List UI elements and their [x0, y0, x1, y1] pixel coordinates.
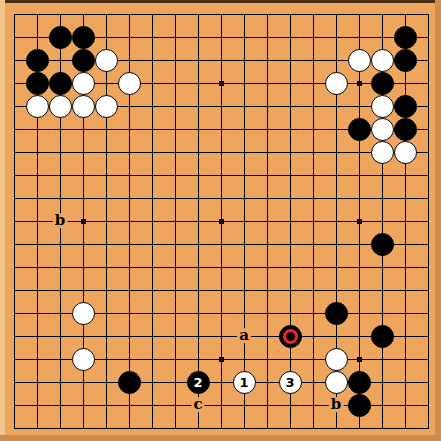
intersection[interactable]: [394, 233, 417, 256]
intersection[interactable]: [3, 49, 26, 72]
intersection[interactable]: c: [187, 394, 210, 417]
intersection[interactable]: [3, 325, 26, 348]
intersection[interactable]: [256, 187, 279, 210]
intersection[interactable]: [233, 279, 256, 302]
intersection[interactable]: [187, 325, 210, 348]
intersection[interactable]: [394, 371, 417, 394]
intersection[interactable]: [279, 302, 302, 325]
intersection[interactable]: [233, 233, 256, 256]
intersection[interactable]: [210, 348, 233, 371]
intersection[interactable]: [302, 256, 325, 279]
intersection[interactable]: [233, 118, 256, 141]
intersection[interactable]: [72, 371, 95, 394]
intersection[interactable]: [164, 118, 187, 141]
intersection[interactable]: [49, 256, 72, 279]
intersection[interactable]: [3, 394, 26, 417]
intersection[interactable]: [256, 256, 279, 279]
intersection[interactable]: [3, 95, 26, 118]
intersection[interactable]: [302, 302, 325, 325]
intersection[interactable]: [279, 394, 302, 417]
intersection[interactable]: [371, 164, 394, 187]
intersection[interactable]: [187, 210, 210, 233]
intersection[interactable]: [279, 279, 302, 302]
intersection[interactable]: [26, 72, 49, 95]
intersection[interactable]: [279, 187, 302, 210]
intersection[interactable]: [302, 72, 325, 95]
intersection[interactable]: [325, 141, 348, 164]
intersection[interactable]: [325, 164, 348, 187]
intersection[interactable]: [95, 394, 118, 417]
intersection[interactable]: b: [325, 394, 348, 417]
intersection[interactable]: [371, 141, 394, 164]
intersection[interactable]: [72, 141, 95, 164]
intersection[interactable]: [72, 49, 95, 72]
intersection[interactable]: [210, 233, 233, 256]
intersection[interactable]: [187, 302, 210, 325]
intersection[interactable]: [210, 141, 233, 164]
intersection[interactable]: [141, 210, 164, 233]
intersection[interactable]: [210, 49, 233, 72]
intersection[interactable]: [164, 394, 187, 417]
intersection[interactable]: [348, 302, 371, 325]
intersection[interactable]: [49, 187, 72, 210]
intersection[interactable]: [210, 371, 233, 394]
intersection[interactable]: [233, 49, 256, 72]
intersection[interactable]: [348, 187, 371, 210]
intersection[interactable]: [256, 302, 279, 325]
intersection[interactable]: [371, 210, 394, 233]
intersection[interactable]: [325, 95, 348, 118]
intersection[interactable]: [72, 348, 95, 371]
intersection[interactable]: [256, 279, 279, 302]
intersection[interactable]: [118, 49, 141, 72]
intersection[interactable]: [233, 164, 256, 187]
intersection[interactable]: [348, 164, 371, 187]
intersection[interactable]: [95, 26, 118, 49]
intersection[interactable]: [187, 164, 210, 187]
intersection[interactable]: [72, 256, 95, 279]
intersection[interactable]: [3, 118, 26, 141]
intersection[interactable]: [279, 49, 302, 72]
intersection[interactable]: [118, 302, 141, 325]
intersection[interactable]: [72, 210, 95, 233]
intersection[interactable]: [72, 279, 95, 302]
intersection[interactable]: [3, 26, 26, 49]
intersection[interactable]: [233, 302, 256, 325]
intersection[interactable]: [210, 118, 233, 141]
intersection[interactable]: [26, 3, 49, 26]
intersection[interactable]: a: [233, 325, 256, 348]
intersection[interactable]: [164, 164, 187, 187]
intersection[interactable]: [118, 233, 141, 256]
intersection[interactable]: [325, 26, 348, 49]
intersection[interactable]: [118, 118, 141, 141]
intersection[interactable]: [3, 72, 26, 95]
intersection[interactable]: [3, 279, 26, 302]
intersection[interactable]: [26, 95, 49, 118]
intersection[interactable]: [210, 325, 233, 348]
intersection[interactable]: [72, 233, 95, 256]
intersection[interactable]: [118, 210, 141, 233]
intersection[interactable]: [348, 118, 371, 141]
intersection[interactable]: [394, 49, 417, 72]
intersection[interactable]: [118, 371, 141, 394]
intersection[interactable]: 1: [233, 371, 256, 394]
intersection[interactable]: [26, 256, 49, 279]
intersection[interactable]: [210, 26, 233, 49]
intersection[interactable]: [325, 256, 348, 279]
intersection[interactable]: [210, 187, 233, 210]
intersection[interactable]: [371, 371, 394, 394]
intersection[interactable]: [371, 394, 394, 417]
intersection[interactable]: [141, 118, 164, 141]
intersection[interactable]: [72, 26, 95, 49]
intersection[interactable]: [3, 371, 26, 394]
intersection[interactable]: [394, 72, 417, 95]
intersection[interactable]: [348, 394, 371, 417]
intersection[interactable]: [348, 348, 371, 371]
intersection[interactable]: [279, 233, 302, 256]
intersection[interactable]: [141, 141, 164, 164]
intersection[interactable]: [348, 72, 371, 95]
intersection[interactable]: [348, 256, 371, 279]
intersection[interactable]: [371, 187, 394, 210]
intersection[interactable]: [95, 164, 118, 187]
intersection[interactable]: [187, 141, 210, 164]
intersection[interactable]: [164, 210, 187, 233]
intersection[interactable]: [26, 325, 49, 348]
intersection[interactable]: [210, 3, 233, 26]
intersection[interactable]: [371, 95, 394, 118]
intersection[interactable]: [233, 26, 256, 49]
intersection[interactable]: [118, 325, 141, 348]
intersection[interactable]: [72, 3, 95, 26]
intersection[interactable]: [118, 141, 141, 164]
intersection[interactable]: [302, 3, 325, 26]
intersection[interactable]: [325, 302, 348, 325]
intersection[interactable]: [49, 141, 72, 164]
intersection[interactable]: [187, 256, 210, 279]
intersection[interactable]: [72, 187, 95, 210]
intersection[interactable]: [233, 3, 256, 26]
intersection[interactable]: [3, 141, 26, 164]
intersection[interactable]: [49, 371, 72, 394]
intersection[interactable]: [118, 256, 141, 279]
intersection[interactable]: [394, 118, 417, 141]
intersection[interactable]: [95, 302, 118, 325]
intersection[interactable]: [256, 233, 279, 256]
intersection[interactable]: [141, 302, 164, 325]
intersection[interactable]: [256, 3, 279, 26]
intersection[interactable]: [95, 371, 118, 394]
intersection[interactable]: [279, 164, 302, 187]
intersection[interactable]: [325, 279, 348, 302]
intersection[interactable]: [302, 210, 325, 233]
intersection[interactable]: [118, 72, 141, 95]
intersection[interactable]: [256, 49, 279, 72]
intersection[interactable]: [141, 348, 164, 371]
intersection[interactable]: [26, 49, 49, 72]
intersection[interactable]: [187, 187, 210, 210]
intersection[interactable]: [210, 95, 233, 118]
intersection[interactable]: [118, 26, 141, 49]
intersection[interactable]: [302, 95, 325, 118]
intersection[interactable]: [256, 371, 279, 394]
intersection[interactable]: [95, 118, 118, 141]
intersection[interactable]: [118, 279, 141, 302]
intersection[interactable]: [371, 72, 394, 95]
intersection[interactable]: [164, 3, 187, 26]
intersection[interactable]: [164, 72, 187, 95]
intersection[interactable]: [49, 118, 72, 141]
intersection[interactable]: [95, 3, 118, 26]
intersection[interactable]: [164, 187, 187, 210]
intersection[interactable]: [279, 325, 302, 348]
intersection[interactable]: [95, 72, 118, 95]
intersection[interactable]: [394, 26, 417, 49]
intersection[interactable]: [394, 348, 417, 371]
intersection[interactable]: [348, 210, 371, 233]
intersection[interactable]: [233, 141, 256, 164]
intersection[interactable]: [3, 302, 26, 325]
intersection[interactable]: [187, 95, 210, 118]
intersection[interactable]: [256, 95, 279, 118]
intersection[interactable]: [302, 164, 325, 187]
intersection[interactable]: [371, 118, 394, 141]
intersection[interactable]: [141, 233, 164, 256]
intersection[interactable]: [26, 302, 49, 325]
intersection[interactable]: [3, 210, 26, 233]
intersection[interactable]: [26, 394, 49, 417]
intersection[interactable]: [141, 371, 164, 394]
intersection[interactable]: [210, 210, 233, 233]
intersection[interactable]: [141, 164, 164, 187]
intersection[interactable]: [187, 348, 210, 371]
intersection[interactable]: [26, 141, 49, 164]
intersection[interactable]: [325, 325, 348, 348]
intersection[interactable]: [371, 49, 394, 72]
intersection[interactable]: [371, 325, 394, 348]
intersection[interactable]: [164, 302, 187, 325]
intersection[interactable]: [279, 141, 302, 164]
intersection[interactable]: [256, 72, 279, 95]
intersection[interactable]: [3, 348, 26, 371]
intersection[interactable]: [164, 371, 187, 394]
intersection[interactable]: [302, 348, 325, 371]
intersection[interactable]: [325, 118, 348, 141]
intersection[interactable]: [141, 95, 164, 118]
intersection[interactable]: [394, 279, 417, 302]
intersection[interactable]: [49, 394, 72, 417]
intersection[interactable]: [49, 233, 72, 256]
intersection[interactable]: [325, 233, 348, 256]
intersection[interactable]: [164, 49, 187, 72]
intersection[interactable]: [394, 95, 417, 118]
intersection[interactable]: [210, 256, 233, 279]
intersection[interactable]: [371, 302, 394, 325]
intersection[interactable]: [233, 72, 256, 95]
intersection[interactable]: [26, 187, 49, 210]
intersection[interactable]: [394, 210, 417, 233]
intersection[interactable]: [302, 187, 325, 210]
intersection[interactable]: [325, 187, 348, 210]
intersection[interactable]: [233, 210, 256, 233]
intersection[interactable]: [302, 26, 325, 49]
intersection[interactable]: [118, 394, 141, 417]
intersection[interactable]: [348, 49, 371, 72]
intersection[interactable]: [187, 233, 210, 256]
intersection[interactable]: [164, 233, 187, 256]
intersection[interactable]: [348, 233, 371, 256]
intersection[interactable]: [325, 72, 348, 95]
intersection[interactable]: [348, 371, 371, 394]
intersection[interactable]: [302, 394, 325, 417]
intersection[interactable]: [256, 348, 279, 371]
intersection[interactable]: [210, 164, 233, 187]
intersection[interactable]: [302, 141, 325, 164]
intersection[interactable]: [26, 210, 49, 233]
intersection[interactable]: [49, 49, 72, 72]
intersection[interactable]: [72, 302, 95, 325]
intersection[interactable]: [49, 26, 72, 49]
intersection[interactable]: [302, 371, 325, 394]
intersection[interactable]: [3, 3, 26, 26]
intersection[interactable]: [49, 72, 72, 95]
intersection[interactable]: [302, 49, 325, 72]
intersection[interactable]: [394, 187, 417, 210]
intersection[interactable]: [72, 95, 95, 118]
intersection[interactable]: [118, 348, 141, 371]
intersection[interactable]: [3, 164, 26, 187]
intersection[interactable]: [49, 95, 72, 118]
intersection[interactable]: [279, 118, 302, 141]
intersection[interactable]: [256, 141, 279, 164]
intersection[interactable]: [164, 256, 187, 279]
intersection[interactable]: [141, 325, 164, 348]
intersection[interactable]: [49, 164, 72, 187]
intersection[interactable]: [256, 325, 279, 348]
intersection[interactable]: [49, 302, 72, 325]
intersection[interactable]: [72, 394, 95, 417]
intersection[interactable]: [371, 26, 394, 49]
intersection[interactable]: [187, 3, 210, 26]
intersection[interactable]: [348, 95, 371, 118]
intersection[interactable]: [95, 210, 118, 233]
intersection[interactable]: [95, 256, 118, 279]
intersection[interactable]: [141, 394, 164, 417]
intersection[interactable]: [49, 3, 72, 26]
intersection[interactable]: [164, 279, 187, 302]
intersection[interactable]: [325, 210, 348, 233]
intersection[interactable]: [325, 49, 348, 72]
intersection[interactable]: [3, 256, 26, 279]
intersection[interactable]: [49, 279, 72, 302]
intersection[interactable]: [302, 325, 325, 348]
intersection[interactable]: [187, 279, 210, 302]
intersection[interactable]: [348, 3, 371, 26]
intersection[interactable]: [210, 302, 233, 325]
intersection[interactable]: [348, 325, 371, 348]
intersection[interactable]: [26, 164, 49, 187]
intersection[interactable]: [95, 348, 118, 371]
intersection[interactable]: [141, 49, 164, 72]
intersection[interactable]: [371, 256, 394, 279]
intersection[interactable]: [26, 233, 49, 256]
intersection[interactable]: [348, 279, 371, 302]
intersection[interactable]: [72, 325, 95, 348]
intersection[interactable]: [164, 26, 187, 49]
intersection[interactable]: [394, 3, 417, 26]
intersection[interactable]: [118, 95, 141, 118]
intersection[interactable]: [187, 26, 210, 49]
intersection[interactable]: [95, 49, 118, 72]
intersection[interactable]: [164, 325, 187, 348]
intersection[interactable]: [279, 3, 302, 26]
intersection[interactable]: [348, 141, 371, 164]
intersection[interactable]: [95, 95, 118, 118]
intersection[interactable]: [371, 279, 394, 302]
intersection[interactable]: [95, 233, 118, 256]
intersection[interactable]: [187, 49, 210, 72]
intersection[interactable]: [187, 72, 210, 95]
intersection[interactable]: [371, 3, 394, 26]
intersection[interactable]: [210, 394, 233, 417]
intersection[interactable]: [141, 187, 164, 210]
intersection[interactable]: [72, 72, 95, 95]
intersection[interactable]: [26, 26, 49, 49]
intersection[interactable]: [210, 279, 233, 302]
intersection[interactable]: [141, 72, 164, 95]
intersection[interactable]: [394, 164, 417, 187]
intersection[interactable]: [279, 26, 302, 49]
intersection[interactable]: [95, 279, 118, 302]
intersection[interactable]: [141, 256, 164, 279]
intersection[interactable]: [141, 3, 164, 26]
intersection[interactable]: [164, 95, 187, 118]
intersection[interactable]: [325, 371, 348, 394]
intersection[interactable]: [95, 187, 118, 210]
intersection[interactable]: [118, 3, 141, 26]
intersection[interactable]: [210, 72, 233, 95]
intersection[interactable]: [95, 141, 118, 164]
intersection[interactable]: [3, 233, 26, 256]
intersection[interactable]: [164, 141, 187, 164]
intersection[interactable]: [26, 118, 49, 141]
intersection[interactable]: [26, 371, 49, 394]
intersection[interactable]: 2: [187, 371, 210, 394]
intersection[interactable]: [95, 325, 118, 348]
intersection[interactable]: [233, 187, 256, 210]
intersection[interactable]: [302, 233, 325, 256]
intersection[interactable]: [187, 118, 210, 141]
intersection[interactable]: b: [49, 210, 72, 233]
intersection[interactable]: [26, 348, 49, 371]
intersection[interactable]: [279, 95, 302, 118]
intersection[interactable]: [26, 279, 49, 302]
intersection[interactable]: [325, 348, 348, 371]
intersection[interactable]: [72, 164, 95, 187]
intersection[interactable]: [3, 187, 26, 210]
intersection[interactable]: [279, 348, 302, 371]
intersection[interactable]: [72, 118, 95, 141]
intersection[interactable]: [164, 348, 187, 371]
intersection[interactable]: [371, 233, 394, 256]
intersection[interactable]: 3: [279, 371, 302, 394]
intersection[interactable]: [394, 256, 417, 279]
intersection[interactable]: [256, 210, 279, 233]
intersection[interactable]: [256, 26, 279, 49]
intersection[interactable]: [256, 394, 279, 417]
